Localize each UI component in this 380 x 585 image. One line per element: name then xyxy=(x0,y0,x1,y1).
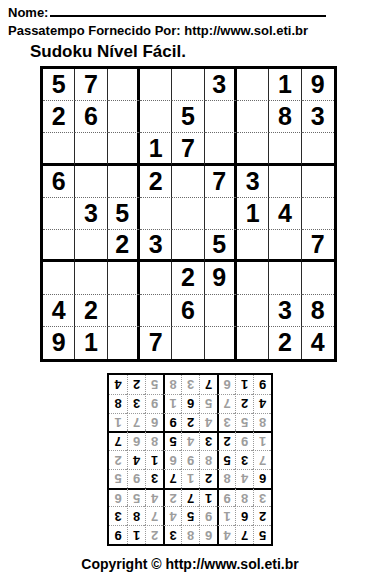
puzzle-cell-r8c9[interactable]: 8 xyxy=(302,295,334,327)
solution-cell-r7c8: 7 xyxy=(127,413,145,432)
puzzle-cell-r6c3[interactable]: 2 xyxy=(108,230,140,262)
puzzle-cell-r6c9[interactable]: 7 xyxy=(302,230,334,262)
puzzle-cell-r4c3[interactable] xyxy=(108,166,140,198)
solution-cell-r7c5: 2 xyxy=(181,413,199,432)
solution-cell-r5c3: 5 xyxy=(217,450,235,469)
puzzle-cell-r8c8[interactable]: 3 xyxy=(269,295,301,327)
solution-cell-r2c4: 9 xyxy=(199,506,217,525)
solution-cell-r7c1: 8 xyxy=(253,413,271,432)
puzzle-cell-r8c6[interactable] xyxy=(205,295,237,327)
puzzle-cell-r6c4[interactable]: 3 xyxy=(140,230,172,262)
puzzle-cell-r9c3[interactable] xyxy=(108,327,140,359)
puzzle-cell-r2c2[interactable]: 6 xyxy=(75,101,107,133)
sudoku-puzzle-grid[interactable]: 573192658317627335142357294263891724 xyxy=(40,66,337,362)
solution-cell-r4c4: 2 xyxy=(199,469,217,488)
solution-cell-r6c5: 4 xyxy=(181,431,199,450)
solution-cell-r7c7: 6 xyxy=(145,413,163,432)
puzzle-cell-r8c5[interactable]: 6 xyxy=(172,295,204,327)
puzzle-cell-r5c7[interactable]: 1 xyxy=(237,198,269,230)
puzzle-cell-r1c8[interactable]: 1 xyxy=(269,69,301,101)
puzzle-cell-r9c1[interactable]: 9 xyxy=(43,327,75,359)
puzzle-cell-r3c1[interactable] xyxy=(43,133,75,165)
solution-cell-r8c2: 2 xyxy=(235,394,253,413)
puzzle-cell-r7c3[interactable] xyxy=(108,262,140,294)
puzzle-cell-r1c9[interactable]: 9 xyxy=(302,69,334,101)
solution-cell-r4c9: 5 xyxy=(109,469,127,488)
puzzle-cell-r7c8[interactable] xyxy=(269,262,301,294)
puzzle-cell-r9c5[interactable] xyxy=(172,327,204,359)
solution-cell-r8c3: 7 xyxy=(217,394,235,413)
puzzle-cell-r3c6[interactable] xyxy=(205,133,237,165)
solution-cell-r7c9: 1 xyxy=(109,413,127,432)
puzzle-cell-r1c3[interactable] xyxy=(108,69,140,101)
solution-cell-r6c2: 9 xyxy=(235,431,253,450)
solution-cell-r1c8: 1 xyxy=(127,525,145,544)
solution-cell-r9c6: 8 xyxy=(163,375,181,394)
puzzle-cell-r9c2[interactable]: 1 xyxy=(75,327,107,359)
puzzle-cell-r4c8[interactable] xyxy=(269,166,301,198)
solution-cell-r9c1: 9 xyxy=(253,375,271,394)
puzzle-cell-r7c2[interactable] xyxy=(75,262,107,294)
puzzle-cell-r2c4[interactable] xyxy=(140,101,172,133)
puzzle-cell-r3c2[interactable] xyxy=(75,133,107,165)
solution-cell-r7c4: 4 xyxy=(199,413,217,432)
puzzle-cell-r3c5[interactable]: 7 xyxy=(172,133,204,165)
solution-cell-r1c1: 5 xyxy=(253,525,271,544)
puzzle-cell-r7c4[interactable] xyxy=(140,262,172,294)
puzzle-cell-r8c1[interactable]: 4 xyxy=(43,295,75,327)
puzzle-cell-r5c5[interactable] xyxy=(172,198,204,230)
puzzle-cell-r2c6[interactable] xyxy=(205,101,237,133)
solution-cell-r6c8: 6 xyxy=(127,431,145,450)
solution-cell-r5c1: 7 xyxy=(253,450,271,469)
sudoku-worksheet-page: Nome: Passatempo Fornecido Por: http://w… xyxy=(0,0,380,585)
solution-cell-r3c6: 2 xyxy=(163,488,181,507)
solution-cell-r4c5: 1 xyxy=(181,469,199,488)
solution-cell-r8c7: 9 xyxy=(145,394,163,413)
puzzle-cell-r9c6[interactable] xyxy=(205,327,237,359)
puzzle-cell-r7c5[interactable]: 2 xyxy=(172,262,204,294)
solution-cell-r5c8: 4 xyxy=(127,450,145,469)
solution-cell-r7c3: 3 xyxy=(217,413,235,432)
copyright-text: Copyright © http://www.sol.eti.br xyxy=(0,556,380,572)
puzzle-cell-r1c5[interactable] xyxy=(172,69,204,101)
solution-cell-r3c9: 6 xyxy=(109,488,127,507)
puzzle-cell-r2c5[interactable]: 5 xyxy=(172,101,204,133)
solution-cell-r9c3: 6 xyxy=(217,375,235,394)
solution-cell-r3c2: 8 xyxy=(235,488,253,507)
solution-cell-r9c8: 2 xyxy=(127,375,145,394)
solution-cell-r4c3: 8 xyxy=(217,469,235,488)
solution-cell-r6c1: 1 xyxy=(253,431,271,450)
solution-cell-r1c7: 2 xyxy=(145,525,163,544)
puzzle-cell-r3c4[interactable]: 1 xyxy=(140,133,172,165)
solution-cell-r8c4: 5 xyxy=(199,394,217,413)
solution-cell-r1c9: 9 xyxy=(109,525,127,544)
solution-cell-r9c4: 7 xyxy=(199,375,217,394)
solution-cell-r2c9: 3 xyxy=(109,506,127,525)
puzzle-cell-r7c9[interactable] xyxy=(302,262,334,294)
puzzle-cell-r9c7[interactable] xyxy=(237,327,269,359)
solution-cell-r4c6: 7 xyxy=(163,469,181,488)
solution-cell-r6c7: 8 xyxy=(145,431,163,450)
solution-cell-r2c7: 7 xyxy=(145,506,163,525)
puzzle-cell-r4c9[interactable] xyxy=(302,166,334,198)
puzzle-cell-r4c6[interactable]: 7 xyxy=(205,166,237,198)
puzzle-cell-r9c4[interactable]: 7 xyxy=(140,327,172,359)
puzzle-cell-r8c2[interactable]: 2 xyxy=(75,295,107,327)
solution-cell-r6c6: 5 xyxy=(163,431,181,450)
solution-cell-r1c3: 4 xyxy=(217,525,235,544)
puzzle-cell-r3c8[interactable] xyxy=(269,133,301,165)
solution-cell-r4c1: 6 xyxy=(253,469,271,488)
puzzle-cell-r1c6[interactable]: 3 xyxy=(205,69,237,101)
solution-cell-r5c2: 3 xyxy=(235,450,253,469)
solution-cell-r6c3: 2 xyxy=(217,431,235,450)
solution-cell-r9c7: 5 xyxy=(145,375,163,394)
solution-cell-r6c9: 7 xyxy=(109,431,127,450)
solution-cell-r1c5: 8 xyxy=(181,525,199,544)
puzzle-cell-r3c3[interactable] xyxy=(108,133,140,165)
solution-cell-r1c4: 6 xyxy=(199,525,217,544)
puzzle-cell-r2c1[interactable]: 2 xyxy=(43,101,75,133)
puzzle-cell-r4c5[interactable] xyxy=(172,166,204,198)
puzzle-cell-r3c7[interactable] xyxy=(237,133,269,165)
puzzle-cell-r5c9[interactable] xyxy=(302,198,334,230)
puzzle-cell-r5c3[interactable]: 5 xyxy=(108,198,140,230)
solution-cell-r9c2: 1 xyxy=(235,375,253,394)
solution-cell-r6c4: 3 xyxy=(199,431,217,450)
name-blank-line[interactable] xyxy=(50,3,326,17)
solution-cell-r5c5: 9 xyxy=(181,450,199,469)
puzzle-cell-r7c1[interactable] xyxy=(43,262,75,294)
puzzle-cell-r4c2[interactable] xyxy=(75,166,107,198)
solution-cell-r8c1: 4 xyxy=(253,394,271,413)
puzzle-cell-r1c1[interactable]: 5 xyxy=(43,69,75,101)
solution-cell-r4c8: 9 xyxy=(127,469,145,488)
puzzle-cell-r6c6[interactable]: 5 xyxy=(205,230,237,262)
puzzle-cell-r6c1[interactable] xyxy=(43,230,75,262)
puzzle-cell-r7c7[interactable] xyxy=(237,262,269,294)
puzzle-cell-r4c1[interactable]: 6 xyxy=(43,166,75,198)
solution-cell-r3c3: 9 xyxy=(217,488,235,507)
solution-cell-r3c1: 3 xyxy=(253,488,271,507)
solution-cell-r1c6: 3 xyxy=(163,525,181,544)
solution-cell-r3c5: 7 xyxy=(181,488,199,507)
puzzle-cell-r3c9[interactable] xyxy=(302,133,334,165)
solution-cell-r8c6: 1 xyxy=(163,394,181,413)
solution-cell-r5c4: 8 xyxy=(199,450,217,469)
puzzle-cell-r5c2[interactable]: 3 xyxy=(75,198,107,230)
puzzle-cell-r5c4[interactable] xyxy=(140,198,172,230)
puzzle-cell-r2c8[interactable]: 8 xyxy=(269,101,301,133)
sudoku-solution-grid: 5746832192619547833891724566482173957358… xyxy=(107,373,273,546)
puzzle-cell-r8c3[interactable] xyxy=(108,295,140,327)
puzzle-cell-r1c7[interactable] xyxy=(237,69,269,101)
solution-cell-r2c1: 2 xyxy=(253,506,271,525)
solution-cell-r7c6: 9 xyxy=(163,413,181,432)
solution-cell-r3c7: 4 xyxy=(145,488,163,507)
solution-cell-r2c8: 8 xyxy=(127,506,145,525)
name-label: Nome: xyxy=(8,5,48,20)
puzzle-cell-r4c4[interactable]: 2 xyxy=(140,166,172,198)
solution-cell-r2c3: 1 xyxy=(217,506,235,525)
puzzle-cell-r9c9[interactable]: 4 xyxy=(302,327,334,359)
puzzle-cell-r2c9[interactable]: 3 xyxy=(302,101,334,133)
puzzle-cell-r1c2[interactable]: 7 xyxy=(75,69,107,101)
solution-cell-r8c8: 3 xyxy=(127,394,145,413)
solution-cell-r8c5: 6 xyxy=(181,394,199,413)
puzzle-cell-r5c6[interactable] xyxy=(205,198,237,230)
puzzle-cell-r7c6[interactable]: 9 xyxy=(205,262,237,294)
provider-line: Passatempo Fornecido Por: http://www.sol… xyxy=(8,23,308,38)
puzzle-cell-r6c8[interactable] xyxy=(269,230,301,262)
puzzle-cell-r5c8[interactable]: 4 xyxy=(269,198,301,230)
puzzle-cell-r2c7[interactable] xyxy=(237,101,269,133)
solution-cell-r2c6: 4 xyxy=(163,506,181,525)
solution-cell-r2c2: 6 xyxy=(235,506,253,525)
puzzle-cell-r1c4[interactable] xyxy=(140,69,172,101)
solution-cell-r4c2: 4 xyxy=(235,469,253,488)
puzzle-cell-r6c2[interactable] xyxy=(75,230,107,262)
solution-cell-r5c6: 6 xyxy=(163,450,181,469)
solution-cell-r3c4: 1 xyxy=(199,488,217,507)
solution-cell-r8c9: 8 xyxy=(109,394,127,413)
puzzle-cell-r8c4[interactable] xyxy=(140,295,172,327)
puzzle-cell-r6c5[interactable] xyxy=(172,230,204,262)
puzzle-cell-r8c7[interactable] xyxy=(237,295,269,327)
solution-cell-r3c8: 5 xyxy=(127,488,145,507)
solution-cell-r5c7: 1 xyxy=(145,450,163,469)
solution-cell-r9c5: 3 xyxy=(181,375,199,394)
puzzle-cell-r9c8[interactable]: 2 xyxy=(269,327,301,359)
solution-cell-r7c2: 5 xyxy=(235,413,253,432)
puzzle-cell-r4c7[interactable]: 3 xyxy=(237,166,269,198)
solution-cell-r9c9: 4 xyxy=(109,375,127,394)
solution-cell-r4c7: 3 xyxy=(145,469,163,488)
puzzle-cell-r6c7[interactable] xyxy=(237,230,269,262)
name-row: Nome: xyxy=(8,3,326,20)
solution-cell-r1c2: 7 xyxy=(235,525,253,544)
puzzle-cell-r5c1[interactable] xyxy=(43,198,75,230)
page-title: Sudoku Nível Fácil. xyxy=(30,42,186,62)
solution-cell-r5c9: 2 xyxy=(109,450,127,469)
solution-cell-r2c5: 5 xyxy=(181,506,199,525)
puzzle-cell-r2c3[interactable] xyxy=(108,101,140,133)
